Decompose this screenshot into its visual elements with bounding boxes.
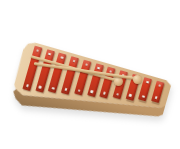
mallet-head — [114, 77, 123, 86]
bar-pin — [116, 93, 119, 96]
bar-pin — [64, 88, 67, 91]
product-photo — [0, 0, 180, 149]
bar-pin — [39, 85, 42, 88]
bar-pin — [26, 84, 29, 87]
mallet-head — [133, 75, 142, 84]
bar-pin — [77, 89, 80, 92]
bar-pin — [129, 94, 132, 97]
bar-pin — [90, 90, 93, 93]
bar-pin — [73, 59, 76, 62]
bar-pin — [155, 96, 158, 99]
bar-pin — [52, 87, 55, 90]
bar-pin — [97, 66, 100, 69]
bar-pin — [48, 52, 51, 55]
bar-pin — [146, 80, 149, 83]
glockenspiel-bar — [151, 81, 164, 103]
bar-pin — [103, 91, 106, 94]
bar-pin — [142, 95, 145, 98]
bar-pin — [60, 56, 63, 59]
bar-pin — [36, 49, 39, 52]
bar-pin — [85, 63, 88, 66]
bar-pin — [158, 84, 161, 87]
